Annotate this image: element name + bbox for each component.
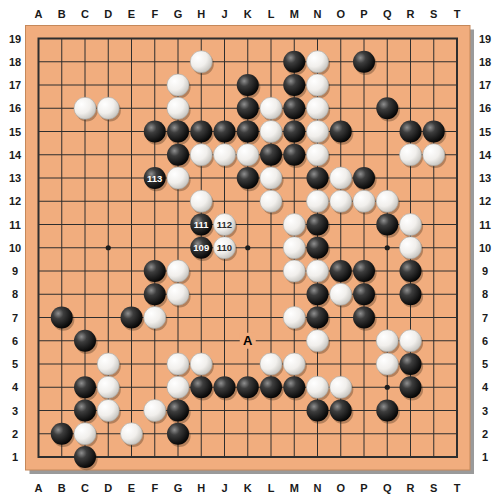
coordinate-label-bottom: N xyxy=(314,482,322,494)
coordinate-label-left: 9 xyxy=(12,265,18,277)
stone-white xyxy=(144,307,166,329)
stone-black xyxy=(376,97,398,119)
stone-black xyxy=(353,283,375,305)
stone-black xyxy=(353,167,375,189)
coordinate-label-bottom: E xyxy=(128,482,135,494)
stone-white xyxy=(167,97,189,119)
stone-white xyxy=(307,97,329,119)
stone-white xyxy=(214,144,236,166)
stone-white xyxy=(190,190,212,212)
stone-white xyxy=(376,353,398,375)
coordinate-label-top: E xyxy=(128,8,135,20)
coordinate-label-top: D xyxy=(104,8,112,20)
coordinate-label-right: 18 xyxy=(479,56,491,68)
stone-black xyxy=(376,400,398,422)
stone-white xyxy=(74,97,96,119)
stone-black xyxy=(283,97,305,119)
stone-black xyxy=(167,144,189,166)
stone-white xyxy=(167,283,189,305)
stone-white xyxy=(307,51,329,73)
stone-white xyxy=(353,190,375,212)
stone-black xyxy=(307,283,329,305)
stone-black xyxy=(307,237,329,259)
coordinate-label-left: 13 xyxy=(9,172,21,184)
stone-white xyxy=(167,376,189,398)
stone-black xyxy=(400,353,422,375)
stone-white xyxy=(167,74,189,96)
coordinate-label-top: N xyxy=(314,8,322,20)
stone-black xyxy=(330,260,352,282)
coordinate-label-left: 19 xyxy=(9,33,21,45)
coordinate-label-top: R xyxy=(407,8,415,20)
stone-white xyxy=(330,190,352,212)
stone-black xyxy=(51,423,73,445)
coordinate-label-top: T xyxy=(454,8,461,20)
stone-white xyxy=(144,400,166,422)
coordinate-label-top: F xyxy=(151,8,158,20)
coordinate-label-top: P xyxy=(360,8,367,20)
coordinate-label-bottom: P xyxy=(360,482,367,494)
coordinate-label-left: 11 xyxy=(9,219,21,231)
stone-white xyxy=(97,400,119,422)
stone-black xyxy=(260,144,282,166)
stone-white xyxy=(190,144,212,166)
stone-white xyxy=(307,121,329,143)
stone-black xyxy=(237,97,259,119)
coordinate-label-left: 15 xyxy=(9,126,21,138)
coordinate-label-left: 4 xyxy=(12,381,19,393)
stone-black xyxy=(330,400,352,422)
stone-white xyxy=(74,423,96,445)
coordinate-label-left: 2 xyxy=(12,428,18,440)
stone-white xyxy=(260,121,282,143)
coordinate-label-right: 14 xyxy=(479,149,492,161)
coordinate-label-bottom: C xyxy=(81,482,89,494)
coordinate-label-top: A xyxy=(35,8,43,20)
coordinate-label-top: L xyxy=(268,8,275,20)
stone-black xyxy=(74,330,96,352)
coordinate-label-right: 1 xyxy=(482,451,488,463)
stone-black xyxy=(51,307,73,329)
coordinate-label-right: 8 xyxy=(482,288,488,300)
stone-black xyxy=(74,400,96,422)
stone-white xyxy=(283,307,305,329)
stone-white xyxy=(260,353,282,375)
stone-white xyxy=(376,330,398,352)
stone-black xyxy=(353,260,375,282)
coordinate-label-left: 12 xyxy=(9,195,21,207)
move-number-label: 110 xyxy=(217,242,232,253)
coordinate-label-bottom: G xyxy=(174,482,183,494)
move-number-label: 109 xyxy=(193,242,209,253)
stone-black xyxy=(144,260,166,282)
stone-white xyxy=(307,74,329,96)
stone-white xyxy=(260,190,282,212)
coordinate-label-right: 9 xyxy=(482,265,488,277)
coordinate-label-right: 13 xyxy=(479,172,491,184)
coordinate-label-bottom: S xyxy=(430,482,437,494)
stone-black xyxy=(307,214,329,236)
stone-black xyxy=(144,283,166,305)
stone-white xyxy=(330,167,352,189)
coordinate-label-right: 7 xyxy=(482,312,488,324)
coordinate-label-bottom: B xyxy=(58,482,66,494)
stone-black xyxy=(353,51,375,73)
stone-black xyxy=(400,260,422,282)
coordinate-label-left: 8 xyxy=(12,288,18,300)
stone-black xyxy=(167,423,189,445)
coordinate-label-bottom: H xyxy=(197,482,205,494)
stone-black xyxy=(214,121,236,143)
stone-black xyxy=(74,376,96,398)
stone-black xyxy=(260,376,282,398)
stone-white xyxy=(260,167,282,189)
stone-white xyxy=(330,376,352,398)
coordinate-label-right: 16 xyxy=(479,102,491,114)
stone-black xyxy=(283,376,305,398)
coordinate-label-right: 12 xyxy=(479,195,491,207)
coordinate-label-bottom: A xyxy=(35,482,43,494)
coordinate-label-left: 3 xyxy=(12,405,18,417)
stone-black xyxy=(330,121,352,143)
coordinate-label-left: 6 xyxy=(12,335,18,347)
coordinate-label-top: B xyxy=(58,8,66,20)
coordinate-label-left: 10 xyxy=(9,242,21,254)
stone-white xyxy=(167,260,189,282)
stone-white xyxy=(97,97,119,119)
coordinate-label-bottom: D xyxy=(104,482,112,494)
stone-black xyxy=(400,283,422,305)
coordinate-label-top: O xyxy=(336,8,345,20)
stone-black xyxy=(237,376,259,398)
stone-black xyxy=(376,214,398,236)
coordinate-label-left: 18 xyxy=(9,56,21,68)
stone-white xyxy=(400,237,422,259)
stone-white xyxy=(400,330,422,352)
coordinate-label-bottom: K xyxy=(244,482,252,494)
stone-black xyxy=(121,307,143,329)
stone-white xyxy=(283,237,305,259)
stone-white xyxy=(400,214,422,236)
coordinate-label-bottom: O xyxy=(336,482,345,494)
coordinate-label-top: S xyxy=(430,8,437,20)
hoshi-point xyxy=(245,245,250,250)
hoshi-point xyxy=(385,245,390,250)
stone-black xyxy=(237,121,259,143)
coordinate-label-right: 17 xyxy=(479,79,491,91)
stone-black xyxy=(283,51,305,73)
coordinate-label-bottom: R xyxy=(407,482,415,494)
coordinate-label-right: 11 xyxy=(479,219,491,231)
coordinate-label-top: Q xyxy=(383,8,392,20)
stone-black xyxy=(400,376,422,398)
coordinate-label-bottom: M xyxy=(290,482,299,494)
move-number-label: 113 xyxy=(147,173,162,184)
coordinate-label-left: 16 xyxy=(9,102,21,114)
stone-black xyxy=(307,307,329,329)
stone-white xyxy=(121,423,143,445)
stone-black xyxy=(74,446,96,468)
coordinate-label-top: M xyxy=(290,8,299,20)
stone-white xyxy=(97,376,119,398)
stone-white xyxy=(307,190,329,212)
coordinate-label-right: 19 xyxy=(479,33,491,45)
stone-white xyxy=(167,167,189,189)
stone-black xyxy=(423,121,445,143)
coordinate-label-top: K xyxy=(244,8,252,20)
stone-black xyxy=(283,74,305,96)
stone-white xyxy=(283,353,305,375)
coordinate-label-right: 6 xyxy=(482,335,488,347)
stone-white xyxy=(260,97,282,119)
coordinate-label-left: 5 xyxy=(12,358,18,370)
stone-black xyxy=(237,74,259,96)
coordinate-label-right: 15 xyxy=(479,126,491,138)
move-number-label: 111 xyxy=(194,219,210,230)
move-number-label: 112 xyxy=(217,219,232,230)
stone-black xyxy=(190,376,212,398)
stone-white xyxy=(97,353,119,375)
stone-white xyxy=(283,260,305,282)
stone-white xyxy=(307,376,329,398)
stone-black xyxy=(400,121,422,143)
coordinate-label-left: 7 xyxy=(12,312,18,324)
stone-white xyxy=(423,144,445,166)
stone-white xyxy=(307,144,329,166)
coordinate-label-left: 14 xyxy=(9,149,22,161)
coordinate-label-bottom: Q xyxy=(383,482,392,494)
coordinate-label-right: 4 xyxy=(482,381,489,393)
coordinate-label-top: G xyxy=(174,8,183,20)
hoshi-point xyxy=(385,385,390,390)
coordinate-label-right: 10 xyxy=(479,242,491,254)
stone-black xyxy=(190,121,212,143)
stone-white xyxy=(330,283,352,305)
annotation-letter: A xyxy=(243,333,253,348)
coordinate-label-bottom: L xyxy=(268,482,275,494)
coordinate-label-left: 1 xyxy=(12,451,18,463)
stone-white xyxy=(283,214,305,236)
stone-black xyxy=(167,400,189,422)
coordinate-label-top: C xyxy=(81,8,89,20)
coordinate-label-right: 3 xyxy=(482,405,488,417)
stone-black xyxy=(283,121,305,143)
coordinate-label-top: H xyxy=(197,8,205,20)
coordinate-label-left: 17 xyxy=(9,79,21,91)
stone-black xyxy=(307,167,329,189)
stone-black xyxy=(237,167,259,189)
stone-black xyxy=(307,400,329,422)
stone-black xyxy=(144,121,166,143)
stone-black xyxy=(283,144,305,166)
stone-white xyxy=(190,353,212,375)
coordinate-label-right: 5 xyxy=(482,358,488,370)
stone-white xyxy=(400,144,422,166)
stone-black xyxy=(214,376,236,398)
stone-white xyxy=(167,353,189,375)
coordinate-label-right: 2 xyxy=(482,428,488,440)
stone-black xyxy=(167,121,189,143)
coordinate-label-bottom: T xyxy=(454,482,461,494)
stone-black xyxy=(353,307,375,329)
hoshi-point xyxy=(106,245,111,250)
stone-white xyxy=(190,51,212,73)
coordinate-label-top: J xyxy=(221,8,227,20)
go-board[interactable]: AABBCCDDEEFFGGHHJJKKLLMMNNOOPPQQRRSSTT19… xyxy=(0,0,500,500)
stone-white xyxy=(307,260,329,282)
coordinate-label-bottom: F xyxy=(151,482,158,494)
stone-white xyxy=(307,330,329,352)
go-board-page: AABBCCDDEEFFGGHHJJKKLLMMNNOOPPQQRRSSTT19… xyxy=(0,0,500,500)
stone-white xyxy=(237,144,259,166)
coordinate-label-bottom: J xyxy=(221,482,227,494)
stone-white xyxy=(376,190,398,212)
